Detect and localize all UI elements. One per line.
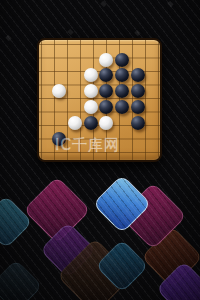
stone-white [84,84,98,98]
stone-white [99,53,113,67]
diamond-dark-bottom-left [0,259,43,300]
stone-black [115,100,129,114]
stone-black [99,68,113,82]
go-board[interactable]: IC千库网 [37,38,162,162]
stone-black [115,84,129,98]
stone-black [115,68,129,82]
stone-black [131,68,145,82]
stone-white [99,116,113,130]
stone-white [84,100,98,114]
stock-image-canvas: IC千库网 [0,0,200,300]
stone-black [131,100,145,114]
stone-black [131,116,145,130]
stone-black [84,116,98,130]
stone-black [99,100,113,114]
stone-white [68,116,82,130]
stone-black [115,53,129,67]
stone-black [52,132,66,146]
stones-layer [39,40,160,160]
stone-black [131,84,145,98]
stone-black [99,84,113,98]
stone-white [84,68,98,82]
stone-white [52,84,66,98]
